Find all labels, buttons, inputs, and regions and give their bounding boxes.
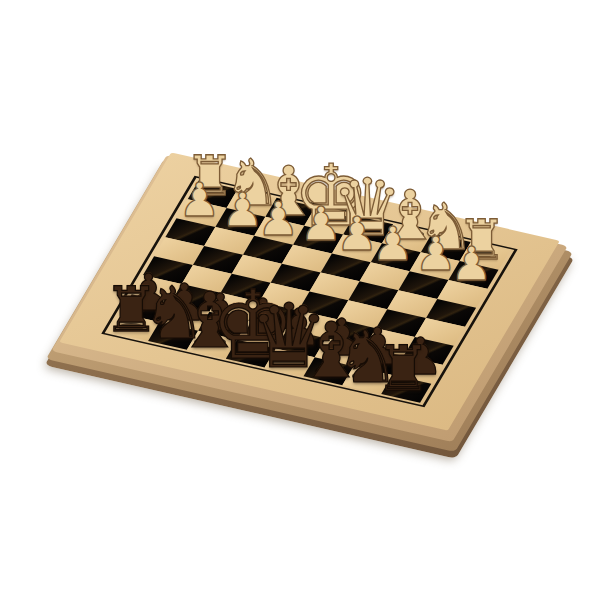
chess-set-photo: ♜♞♝♚♛♝♞♜♟♟♟♟♟♟♟♟♟♟♟♟♟♟♟♟♜♞♝♚♛♝♞♜ [0,0,600,600]
